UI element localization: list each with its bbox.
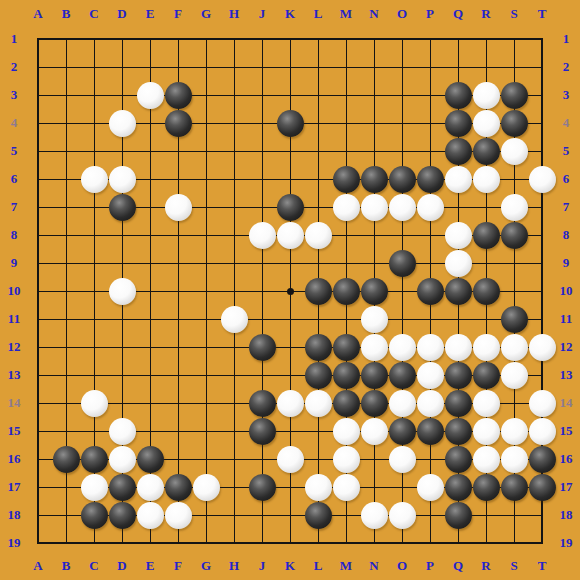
right-row-label-4: 4	[552, 115, 580, 131]
black-stone-Q10	[445, 278, 472, 305]
top-col-label-K: K	[276, 6, 304, 22]
white-stone-E17	[137, 474, 164, 501]
right-row-label-13: 13	[552, 367, 580, 383]
white-stone-K16	[277, 446, 304, 473]
bottom-col-label-J: J	[248, 558, 276, 574]
black-stone-N10	[361, 278, 388, 305]
top-col-label-B: B	[52, 6, 80, 22]
black-stone-D7	[109, 194, 136, 221]
white-stone-T6	[529, 166, 556, 193]
white-stone-R6	[473, 166, 500, 193]
black-stone-L18	[305, 502, 332, 529]
left-row-label-7: 7	[0, 199, 28, 215]
left-row-label-6: 6	[0, 171, 28, 187]
left-row-label-1: 1	[0, 31, 28, 47]
white-stone-M16	[333, 446, 360, 473]
left-row-label-14: 14	[0, 395, 28, 411]
right-row-label-19: 19	[552, 535, 580, 551]
grid-hline	[37, 542, 543, 544]
black-stone-Q14	[445, 390, 472, 417]
right-row-label-9: 9	[552, 255, 580, 271]
right-row-label-15: 15	[552, 423, 580, 439]
right-row-label-3: 3	[552, 87, 580, 103]
black-stone-E16	[137, 446, 164, 473]
black-stone-Q5	[445, 138, 472, 165]
black-stone-Q13	[445, 362, 472, 389]
white-stone-Q9	[445, 250, 472, 277]
black-stone-P15	[417, 418, 444, 445]
white-stone-S12	[501, 334, 528, 361]
white-stone-O18	[389, 502, 416, 529]
white-stone-H11	[221, 306, 248, 333]
black-stone-R8	[473, 222, 500, 249]
white-stone-S7	[501, 194, 528, 221]
white-stone-N18	[361, 502, 388, 529]
black-stone-R13	[473, 362, 500, 389]
white-stone-K8	[277, 222, 304, 249]
go-board[interactable]: AABBCCDDEEFFGGHHJJKKLLMMNNOOPPQQRRSSTT11…	[0, 0, 580, 580]
white-stone-P17	[417, 474, 444, 501]
white-stone-R16	[473, 446, 500, 473]
white-stone-R15	[473, 418, 500, 445]
black-stone-S17	[501, 474, 528, 501]
white-stone-N11	[361, 306, 388, 333]
white-stone-D16	[109, 446, 136, 473]
black-stone-B16	[53, 446, 80, 473]
left-row-label-4: 4	[0, 115, 28, 131]
black-stone-Q15	[445, 418, 472, 445]
white-stone-Q8	[445, 222, 472, 249]
white-stone-F7	[165, 194, 192, 221]
black-stone-L12	[305, 334, 332, 361]
left-row-label-16: 16	[0, 451, 28, 467]
black-stone-F17	[165, 474, 192, 501]
white-stone-L17	[305, 474, 332, 501]
black-stone-R17	[473, 474, 500, 501]
top-col-label-O: O	[388, 6, 416, 22]
black-stone-O15	[389, 418, 416, 445]
black-stone-S11	[501, 306, 528, 333]
top-col-label-A: A	[24, 6, 52, 22]
white-stone-P14	[417, 390, 444, 417]
white-stone-S15	[501, 418, 528, 445]
white-stone-O14	[389, 390, 416, 417]
right-row-label-5: 5	[552, 143, 580, 159]
black-stone-O6	[389, 166, 416, 193]
left-row-label-19: 19	[0, 535, 28, 551]
bottom-col-label-H: H	[220, 558, 248, 574]
black-stone-J15	[249, 418, 276, 445]
black-stone-R10	[473, 278, 500, 305]
white-stone-P12	[417, 334, 444, 361]
white-stone-S16	[501, 446, 528, 473]
white-stone-O12	[389, 334, 416, 361]
black-stone-T16	[529, 446, 556, 473]
right-row-label-6: 6	[552, 171, 580, 187]
black-stone-D17	[109, 474, 136, 501]
black-stone-S4	[501, 110, 528, 137]
black-stone-Q16	[445, 446, 472, 473]
white-stone-D6	[109, 166, 136, 193]
black-stone-M6	[333, 166, 360, 193]
black-stone-K7	[277, 194, 304, 221]
white-stone-S13	[501, 362, 528, 389]
black-stone-M12	[333, 334, 360, 361]
right-row-label-17: 17	[552, 479, 580, 495]
left-row-label-10: 10	[0, 283, 28, 299]
white-stone-C17	[81, 474, 108, 501]
top-col-label-E: E	[136, 6, 164, 22]
left-row-label-15: 15	[0, 423, 28, 439]
white-stone-R4	[473, 110, 500, 137]
white-stone-E3	[137, 82, 164, 109]
bottom-col-label-A: A	[24, 558, 52, 574]
white-stone-M7	[333, 194, 360, 221]
black-stone-P6	[417, 166, 444, 193]
white-stone-Q6	[445, 166, 472, 193]
bottom-col-label-F: F	[164, 558, 192, 574]
bottom-col-label-D: D	[108, 558, 136, 574]
bottom-col-label-T: T	[528, 558, 556, 574]
top-col-label-N: N	[360, 6, 388, 22]
white-stone-R14	[473, 390, 500, 417]
top-col-label-L: L	[304, 6, 332, 22]
bottom-col-label-C: C	[80, 558, 108, 574]
right-row-label-14: 14	[552, 395, 580, 411]
black-stone-P10	[417, 278, 444, 305]
top-col-label-F: F	[164, 6, 192, 22]
left-row-label-18: 18	[0, 507, 28, 523]
left-row-label-3: 3	[0, 87, 28, 103]
top-col-label-P: P	[416, 6, 444, 22]
left-row-label-5: 5	[0, 143, 28, 159]
white-stone-R3	[473, 82, 500, 109]
black-stone-T17	[529, 474, 556, 501]
white-stone-O7	[389, 194, 416, 221]
right-row-label-7: 7	[552, 199, 580, 215]
top-col-label-Q: Q	[444, 6, 472, 22]
black-stone-C18	[81, 502, 108, 529]
white-stone-R12	[473, 334, 500, 361]
right-row-label-16: 16	[552, 451, 580, 467]
bottom-col-label-Q: Q	[444, 558, 472, 574]
bottom-col-label-B: B	[52, 558, 80, 574]
bottom-col-label-K: K	[276, 558, 304, 574]
black-stone-N14	[361, 390, 388, 417]
black-stone-S8	[501, 222, 528, 249]
white-stone-D4	[109, 110, 136, 137]
left-row-label-13: 13	[0, 367, 28, 383]
black-stone-M13	[333, 362, 360, 389]
black-stone-L13	[305, 362, 332, 389]
black-stone-J12	[249, 334, 276, 361]
bottom-col-label-N: N	[360, 558, 388, 574]
top-col-label-D: D	[108, 6, 136, 22]
top-col-label-G: G	[192, 6, 220, 22]
black-stone-M10	[333, 278, 360, 305]
top-col-label-C: C	[80, 6, 108, 22]
black-stone-J14	[249, 390, 276, 417]
white-stone-N12	[361, 334, 388, 361]
black-stone-F4	[165, 110, 192, 137]
bottom-col-label-S: S	[500, 558, 528, 574]
white-stone-D10	[109, 278, 136, 305]
white-stone-Q12	[445, 334, 472, 361]
black-stone-O13	[389, 362, 416, 389]
white-stone-M15	[333, 418, 360, 445]
left-row-label-8: 8	[0, 227, 28, 243]
white-stone-C14	[81, 390, 108, 417]
white-stone-P7	[417, 194, 444, 221]
right-row-label-1: 1	[552, 31, 580, 47]
black-stone-N13	[361, 362, 388, 389]
top-col-label-M: M	[332, 6, 360, 22]
white-stone-J8	[249, 222, 276, 249]
white-stone-C6	[81, 166, 108, 193]
white-stone-F18	[165, 502, 192, 529]
left-row-label-2: 2	[0, 59, 28, 75]
right-row-label-2: 2	[552, 59, 580, 75]
white-stone-M17	[333, 474, 360, 501]
right-row-label-11: 11	[552, 311, 580, 327]
left-row-label-17: 17	[0, 479, 28, 495]
right-row-label-18: 18	[552, 507, 580, 523]
black-stone-M14	[333, 390, 360, 417]
left-row-label-11: 11	[0, 311, 28, 327]
black-stone-Q18	[445, 502, 472, 529]
right-row-label-12: 12	[552, 339, 580, 355]
white-stone-T14	[529, 390, 556, 417]
black-stone-D18	[109, 502, 136, 529]
black-stone-F3	[165, 82, 192, 109]
black-stone-O9	[389, 250, 416, 277]
white-stone-L14	[305, 390, 332, 417]
white-stone-E18	[137, 502, 164, 529]
black-stone-C16	[81, 446, 108, 473]
white-stone-P13	[417, 362, 444, 389]
white-stone-L8	[305, 222, 332, 249]
black-stone-Q3	[445, 82, 472, 109]
black-stone-S3	[501, 82, 528, 109]
bottom-col-label-E: E	[136, 558, 164, 574]
white-stone-N15	[361, 418, 388, 445]
bottom-col-label-R: R	[472, 558, 500, 574]
white-stone-N7	[361, 194, 388, 221]
grid-hline	[37, 319, 543, 320]
white-stone-S5	[501, 138, 528, 165]
top-col-label-T: T	[528, 6, 556, 22]
white-stone-K14	[277, 390, 304, 417]
bottom-col-label-M: M	[332, 558, 360, 574]
left-row-label-12: 12	[0, 339, 28, 355]
top-col-label-J: J	[248, 6, 276, 22]
right-row-label-10: 10	[552, 283, 580, 299]
white-stone-D15	[109, 418, 136, 445]
bottom-col-label-G: G	[192, 558, 220, 574]
white-stone-T15	[529, 418, 556, 445]
bottom-col-label-O: O	[388, 558, 416, 574]
star-point-K10	[287, 288, 294, 295]
bottom-col-label-L: L	[304, 558, 332, 574]
black-stone-K4	[277, 110, 304, 137]
black-stone-Q17	[445, 474, 472, 501]
top-col-label-H: H	[220, 6, 248, 22]
white-stone-G17	[193, 474, 220, 501]
black-stone-J17	[249, 474, 276, 501]
bottom-col-label-P: P	[416, 558, 444, 574]
black-stone-Q4	[445, 110, 472, 137]
top-col-label-S: S	[500, 6, 528, 22]
left-row-label-9: 9	[0, 255, 28, 271]
white-stone-O16	[389, 446, 416, 473]
right-row-label-8: 8	[552, 227, 580, 243]
white-stone-T12	[529, 334, 556, 361]
top-col-label-R: R	[472, 6, 500, 22]
black-stone-L10	[305, 278, 332, 305]
black-stone-R5	[473, 138, 500, 165]
black-stone-N6	[361, 166, 388, 193]
